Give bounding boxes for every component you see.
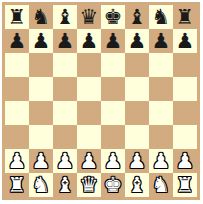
piece-white-bishop[interactable]: ♝ — [53, 173, 77, 197]
piece-white-pawn[interactable]: ♟ — [5, 149, 29, 173]
square-e4[interactable] — [101, 101, 125, 125]
square-a2[interactable]: ♟ — [5, 149, 29, 173]
square-h2[interactable]: ♟ — [173, 149, 197, 173]
square-g6[interactable] — [149, 53, 173, 77]
square-h3[interactable] — [173, 125, 197, 149]
square-f3[interactable] — [125, 125, 149, 149]
piece-black-bishop[interactable]: ♝ — [125, 5, 149, 29]
chess-app-window: ♜♞♝♛♚♝♞♜♟♟♟♟♟♟♟♟♟♟♟♟♟♟♟♟♜♞♝♛♚♝♞♜ — [0, 0, 203, 204]
piece-white-pawn[interactable]: ♟ — [77, 149, 101, 173]
piece-black-bishop[interactable]: ♝ — [53, 5, 77, 29]
piece-black-pawn[interactable]: ♟ — [5, 29, 29, 53]
square-a1[interactable]: ♜ — [5, 173, 29, 197]
square-b3[interactable] — [29, 125, 53, 149]
square-d7[interactable]: ♟ — [77, 29, 101, 53]
piece-white-knight[interactable]: ♞ — [29, 173, 53, 197]
square-b4[interactable] — [29, 101, 53, 125]
square-d6[interactable] — [77, 53, 101, 77]
piece-white-knight[interactable]: ♞ — [149, 173, 173, 197]
square-c3[interactable] — [53, 125, 77, 149]
piece-white-pawn[interactable]: ♟ — [125, 149, 149, 173]
square-d1[interactable]: ♛ — [77, 173, 101, 197]
square-c8[interactable]: ♝ — [53, 5, 77, 29]
piece-black-pawn[interactable]: ♟ — [173, 29, 197, 53]
square-e1[interactable]: ♚ — [101, 173, 125, 197]
piece-white-pawn[interactable]: ♟ — [29, 149, 53, 173]
piece-black-pawn[interactable]: ♟ — [149, 29, 173, 53]
square-a3[interactable] — [5, 125, 29, 149]
piece-white-pawn[interactable]: ♟ — [53, 149, 77, 173]
square-b6[interactable] — [29, 53, 53, 77]
square-f2[interactable]: ♟ — [125, 149, 149, 173]
square-b5[interactable] — [29, 77, 53, 101]
square-h6[interactable] — [173, 53, 197, 77]
square-h1[interactable]: ♜ — [173, 173, 197, 197]
square-b1[interactable]: ♞ — [29, 173, 53, 197]
square-f1[interactable]: ♝ — [125, 173, 149, 197]
square-a6[interactable] — [5, 53, 29, 77]
square-c2[interactable]: ♟ — [53, 149, 77, 173]
piece-white-pawn[interactable]: ♟ — [173, 149, 197, 173]
piece-black-pawn[interactable]: ♟ — [53, 29, 77, 53]
square-g5[interactable] — [149, 77, 173, 101]
square-g7[interactable]: ♟ — [149, 29, 173, 53]
square-e8[interactable]: ♚ — [101, 5, 125, 29]
square-f8[interactable]: ♝ — [125, 5, 149, 29]
square-e6[interactable] — [101, 53, 125, 77]
square-e2[interactable]: ♟ — [101, 149, 125, 173]
piece-white-queen[interactable]: ♛ — [77, 173, 101, 197]
square-d4[interactable] — [77, 101, 101, 125]
piece-black-pawn[interactable]: ♟ — [29, 29, 53, 53]
square-a7[interactable]: ♟ — [5, 29, 29, 53]
piece-black-king[interactable]: ♚ — [101, 5, 125, 29]
square-g3[interactable] — [149, 125, 173, 149]
piece-black-pawn[interactable]: ♟ — [101, 29, 125, 53]
square-f5[interactable] — [125, 77, 149, 101]
square-g2[interactable]: ♟ — [149, 149, 173, 173]
chess-board: ♜♞♝♛♚♝♞♜♟♟♟♟♟♟♟♟♟♟♟♟♟♟♟♟♜♞♝♛♚♝♞♜ — [5, 5, 197, 197]
square-h8[interactable]: ♜ — [173, 5, 197, 29]
square-e7[interactable]: ♟ — [101, 29, 125, 53]
piece-black-pawn[interactable]: ♟ — [77, 29, 101, 53]
piece-black-knight[interactable]: ♞ — [29, 5, 53, 29]
square-f7[interactable]: ♟ — [125, 29, 149, 53]
square-c5[interactable] — [53, 77, 77, 101]
piece-white-pawn[interactable]: ♟ — [101, 149, 125, 173]
piece-white-bishop[interactable]: ♝ — [125, 173, 149, 197]
square-g4[interactable] — [149, 101, 173, 125]
square-b2[interactable]: ♟ — [29, 149, 53, 173]
square-a5[interactable] — [5, 77, 29, 101]
piece-black-pawn[interactable]: ♟ — [125, 29, 149, 53]
square-b8[interactable]: ♞ — [29, 5, 53, 29]
square-a4[interactable] — [5, 101, 29, 125]
square-a8[interactable]: ♜ — [5, 5, 29, 29]
square-c4[interactable] — [53, 101, 77, 125]
square-f6[interactable] — [125, 53, 149, 77]
piece-white-king[interactable]: ♚ — [101, 173, 125, 197]
piece-black-rook[interactable]: ♜ — [5, 5, 29, 29]
square-h4[interactable] — [173, 101, 197, 125]
square-d3[interactable] — [77, 125, 101, 149]
square-g1[interactable]: ♞ — [149, 173, 173, 197]
square-c7[interactable]: ♟ — [53, 29, 77, 53]
piece-black-knight[interactable]: ♞ — [149, 5, 173, 29]
square-b7[interactable]: ♟ — [29, 29, 53, 53]
piece-white-rook[interactable]: ♜ — [5, 173, 29, 197]
piece-black-rook[interactable]: ♜ — [173, 5, 197, 29]
square-e3[interactable] — [101, 125, 125, 149]
square-d5[interactable] — [77, 77, 101, 101]
square-d8[interactable]: ♛ — [77, 5, 101, 29]
square-c6[interactable] — [53, 53, 77, 77]
square-h5[interactable] — [173, 77, 197, 101]
piece-white-pawn[interactable]: ♟ — [149, 149, 173, 173]
square-f4[interactable] — [125, 101, 149, 125]
square-g8[interactable]: ♞ — [149, 5, 173, 29]
square-d2[interactable]: ♟ — [77, 149, 101, 173]
square-c1[interactable]: ♝ — [53, 173, 77, 197]
square-e5[interactable] — [101, 77, 125, 101]
square-h7[interactable]: ♟ — [173, 29, 197, 53]
board-frame: ♜♞♝♛♚♝♞♜♟♟♟♟♟♟♟♟♟♟♟♟♟♟♟♟♜♞♝♛♚♝♞♜ — [2, 2, 200, 200]
piece-black-queen[interactable]: ♛ — [77, 5, 101, 29]
piece-white-rook[interactable]: ♜ — [173, 173, 197, 197]
